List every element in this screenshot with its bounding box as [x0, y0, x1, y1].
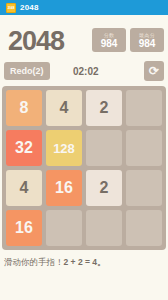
empty-cell	[86, 130, 122, 166]
app-icon: 2048	[6, 3, 16, 13]
empty-cell	[126, 210, 162, 246]
score-value: 984	[101, 38, 118, 49]
status-bar: 2048 2048	[0, 0, 168, 15]
page-title: 2048	[8, 28, 64, 54]
game-header: 2048 分数 984 最高分 984	[8, 28, 164, 54]
hint-text: 滑动你的手指！2 + 2 = 4。	[4, 257, 164, 268]
empty-cell	[126, 90, 162, 126]
tile-128: 128	[46, 130, 82, 166]
tile-16: 16	[6, 210, 42, 246]
tile-8: 8	[6, 90, 42, 126]
timer: 02:02	[73, 66, 99, 77]
app-screen: 2048 2048 2048 分数 984 最高分 984 Redo(2) 02…	[0, 0, 168, 300]
empty-cell	[126, 170, 162, 206]
tile-2: 2	[86, 90, 122, 126]
tile-32: 32	[6, 130, 42, 166]
tile-2: 2	[86, 170, 122, 206]
best-score-box: 最高分 984	[130, 28, 164, 52]
redo-button[interactable]: Redo(2)	[4, 62, 50, 80]
restart-button[interactable]: ⟳	[144, 61, 164, 81]
score-panel: 分数 984 最高分 984	[92, 28, 164, 52]
tile-4: 4	[6, 170, 42, 206]
empty-cell	[86, 210, 122, 246]
game-board[interactable]: 84232128416216	[2, 86, 166, 250]
best-score-value: 984	[139, 38, 156, 49]
tile-4: 4	[46, 90, 82, 126]
hint-message: 滑动你的手指！	[4, 257, 64, 267]
empty-cell	[126, 130, 162, 166]
score-box: 分数 984	[92, 28, 126, 52]
controls-row: Redo(2) 02:02 ⟳	[4, 61, 164, 81]
app-title: 2048	[20, 3, 39, 12]
hint-formula: 2 + 2 = 4。	[64, 257, 106, 267]
tile-16: 16	[46, 170, 82, 206]
empty-cell	[46, 210, 82, 246]
restart-icon: ⟳	[149, 64, 159, 78]
